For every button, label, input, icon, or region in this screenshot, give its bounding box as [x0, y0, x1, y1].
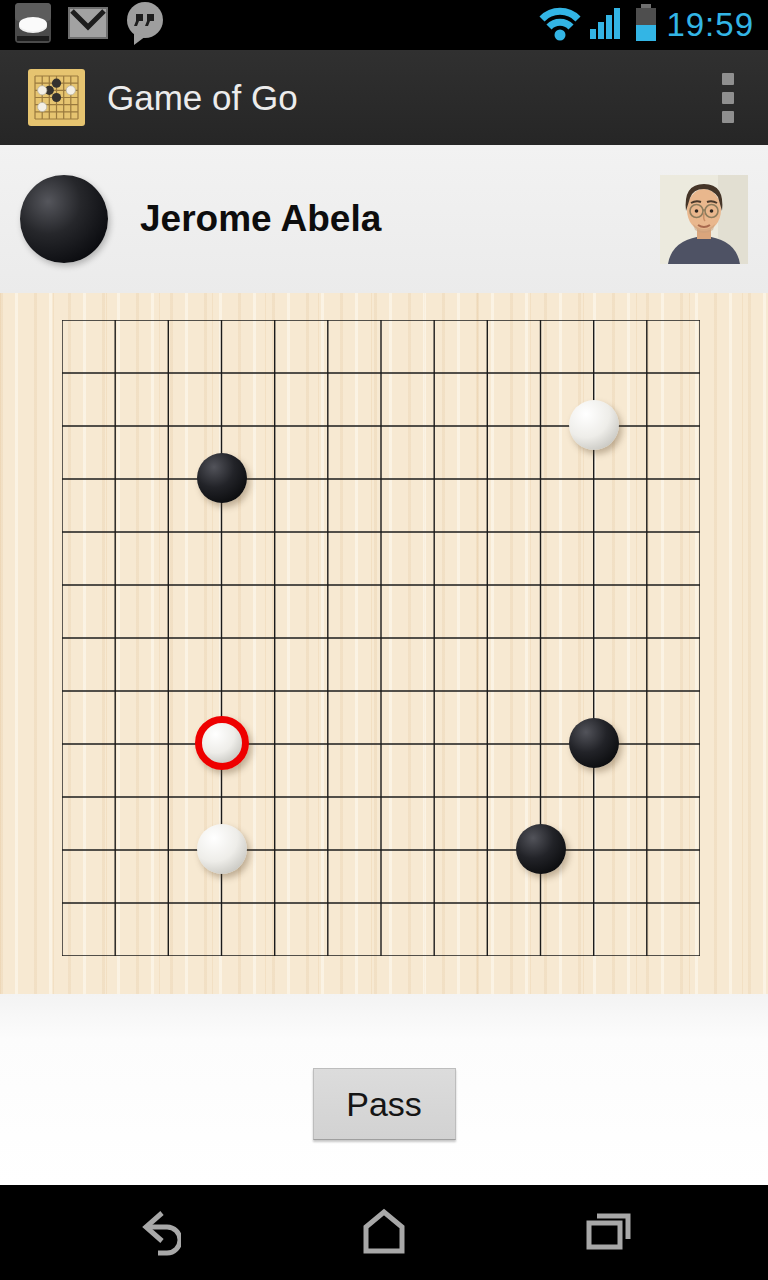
go-board[interactable]	[62, 320, 700, 956]
action-bar: Game of Go	[0, 50, 768, 145]
player-name: Jerome Abela	[140, 198, 381, 240]
back-button[interactable]	[133, 1208, 181, 1256]
hangouts-icon	[124, 0, 166, 50]
stone-white-last-move	[195, 716, 249, 770]
page-title: Game of Go	[107, 78, 298, 118]
home-button[interactable]	[360, 1208, 408, 1256]
stone-black	[516, 824, 566, 874]
stone-black	[197, 453, 247, 503]
status-bar: 19:59	[0, 0, 768, 50]
overflow-menu-icon[interactable]	[716, 67, 740, 129]
stone-white	[569, 400, 619, 450]
disc-notification-icon	[14, 2, 52, 48]
signal-icon	[590, 5, 626, 45]
pass-button[interactable]: Pass	[313, 1068, 456, 1140]
player-bar: Jerome Abela	[0, 145, 768, 293]
android-nav-bar	[0, 1185, 768, 1280]
app-icon	[28, 69, 85, 126]
wifi-icon	[538, 5, 582, 45]
go-board-area	[0, 293, 768, 994]
clock: 19:59	[666, 6, 754, 44]
black-stone-icon	[20, 175, 108, 263]
bottom-panel: Pass	[0, 994, 768, 1185]
player-avatar	[660, 175, 748, 264]
gmail-icon	[68, 7, 108, 43]
stone-white	[197, 824, 247, 874]
battery-icon	[634, 4, 658, 46]
recents-button[interactable]	[584, 1208, 632, 1256]
stone-black	[569, 718, 619, 768]
